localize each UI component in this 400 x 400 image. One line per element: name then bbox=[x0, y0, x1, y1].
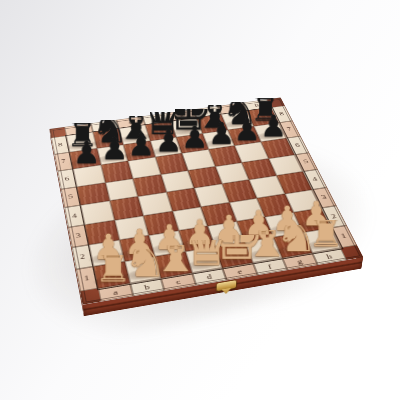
brass-latch-icon bbox=[217, 280, 237, 291]
piece-white-knight-b1[interactable]: ♞ bbox=[129, 249, 161, 281]
photo-stage: abcdefgh8877665544332211abcdefgh ♜♞♝♛♚♝♞… bbox=[0, 0, 400, 400]
chess-board: abcdefgh8877665544332211abcdefgh ♜♞♝♛♚♝♞… bbox=[49, 97, 363, 304]
white-rook-icon: ♜ bbox=[94, 249, 132, 285]
piece-white-rook-a1[interactable]: ♜ bbox=[97, 254, 129, 286]
scene: abcdefgh8877665544332211abcdefgh ♜♞♝♛♚♝♞… bbox=[0, 0, 400, 400]
